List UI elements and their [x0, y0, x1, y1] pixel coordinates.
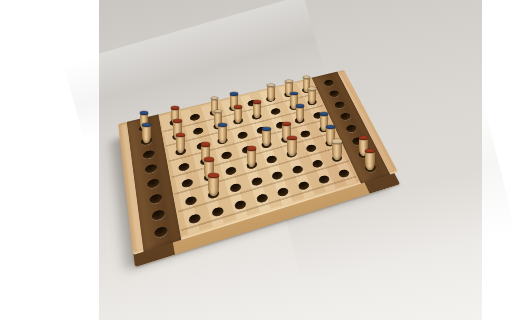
- peg-red[interactable]: [287, 136, 296, 156]
- peg-top-red: [208, 173, 219, 178]
- peg-top-red: [282, 122, 291, 126]
- peg-top-red: [253, 100, 261, 104]
- peg-body: [253, 102, 261, 118]
- peg-top-blue: [320, 112, 328, 116]
- peg-top-natural: [285, 80, 292, 83]
- peg-body: [267, 86, 274, 101]
- peg-body: [234, 107, 242, 123]
- peg-body: [262, 129, 271, 147]
- peg-body: [247, 148, 257, 167]
- peg-red[interactable]: [365, 149, 375, 170]
- peg-natural[interactable]: [267, 84, 274, 101]
- peg-red[interactable]: [208, 173, 219, 196]
- peg-red[interactable]: [234, 105, 242, 123]
- peg-body: [208, 175, 219, 196]
- peg-body: [142, 125, 151, 142]
- peg-top-red: [359, 136, 368, 140]
- peg-blue[interactable]: [262, 127, 271, 147]
- peg-body: [308, 89, 315, 104]
- peg-red[interactable]: [176, 133, 185, 153]
- peg-body: [332, 141, 341, 160]
- peg-top-natural: [267, 84, 274, 87]
- peg-top-blue: [290, 92, 298, 95]
- peg-body: [218, 125, 227, 142]
- peg-top-red: [287, 136, 296, 140]
- peg-top-red: [247, 146, 257, 150]
- peg-red[interactable]: [247, 146, 257, 167]
- peg-body: [287, 138, 296, 156]
- peg-top-red: [204, 157, 214, 161]
- peg-top-blue: [296, 104, 304, 108]
- peg-top-natural: [332, 139, 341, 143]
- peg-top-natural: [303, 76, 310, 79]
- peg-top-red: [365, 149, 375, 153]
- peg-natural[interactable]: [308, 87, 315, 104]
- peg-natural[interactable]: [332, 139, 341, 160]
- peg-red[interactable]: [253, 100, 261, 118]
- product-photo: [0, 0, 520, 320]
- peg-top-blue: [218, 123, 227, 127]
- peg-top-blue: [262, 127, 271, 131]
- peg-top-red: [171, 106, 179, 110]
- peg-blue[interactable]: [142, 123, 151, 142]
- peg-top-blue: [230, 92, 238, 95]
- peg-blue[interactable]: [218, 123, 227, 142]
- peg-top-red: [201, 142, 210, 146]
- peg-top-red: [234, 105, 242, 109]
- peg-body: [365, 151, 375, 170]
- peg-blue[interactable]: [296, 104, 304, 122]
- peg-top-natural: [308, 87, 315, 90]
- peg-body: [176, 135, 185, 153]
- peg-body: [296, 106, 304, 122]
